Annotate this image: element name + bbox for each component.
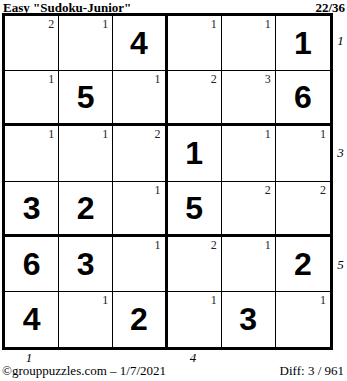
pencil-mark: 1	[102, 294, 108, 306]
given-digit: 5	[185, 192, 203, 224]
sudoku-board: 214111151236112111321522631212412131	[2, 13, 333, 350]
given-digit: 3	[23, 192, 41, 224]
cell-r6c2[interactable]: 1	[59, 292, 113, 347]
copyright-text: ©grouppuzzles.com – 1/7/2021	[2, 363, 166, 379]
cell-r5c2[interactable]: 3	[59, 237, 113, 292]
pencil-mark: 1	[155, 239, 161, 251]
cell-r1c4[interactable]: 1	[168, 16, 222, 71]
cell-r3c6[interactable]: 1	[276, 126, 330, 181]
cell-r3c5[interactable]: 1	[222, 126, 276, 181]
cell-r2c1[interactable]: 1	[5, 71, 59, 126]
cell-r5c6[interactable]: 2	[276, 237, 330, 292]
cell-r5c3[interactable]: 1	[113, 237, 167, 292]
pencil-mark: 1	[320, 294, 326, 306]
cell-r3c2[interactable]: 1	[59, 126, 113, 181]
pencil-mark: 1	[211, 294, 217, 306]
pencil-mark: 1	[155, 184, 161, 196]
cell-r4c2[interactable]: 2	[59, 182, 113, 237]
pencil-mark: 2	[211, 73, 217, 85]
given-digit: 5	[77, 81, 95, 113]
given-digit: 3	[239, 303, 257, 335]
given-digit: 2	[294, 248, 312, 280]
cell-r6c6[interactable]: 1	[276, 292, 330, 347]
pencil-mark: 2	[320, 184, 326, 196]
row-label-1: 1	[334, 34, 347, 48]
cell-r6c5[interactable]: 3	[222, 292, 276, 347]
pencil-mark: 1	[265, 128, 271, 140]
given-digit: 4	[23, 303, 41, 335]
pencil-mark: 2	[155, 128, 161, 140]
cell-r3c4[interactable]: 1	[168, 126, 222, 181]
given-digit: 2	[130, 303, 148, 335]
pencil-mark: 1	[48, 128, 54, 140]
cell-r6c4[interactable]: 1	[168, 292, 222, 347]
cell-r3c3[interactable]: 2	[113, 126, 167, 181]
pencil-mark: 1	[102, 18, 108, 30]
cell-r2c6[interactable]: 6	[276, 71, 330, 126]
row-label-3: 3	[334, 146, 347, 160]
pencil-mark: 1	[211, 18, 217, 30]
given-digit: 4	[130, 27, 148, 59]
difficulty-text: Diff: 3 / 961	[280, 363, 344, 379]
given-digit: 2	[77, 192, 95, 224]
given-digit: 1	[185, 137, 203, 169]
pencil-mark: 2	[265, 184, 271, 196]
cell-r4c6[interactable]: 2	[276, 182, 330, 237]
cell-r1c1[interactable]: 2	[5, 16, 59, 71]
cell-r5c5[interactable]: 1	[222, 237, 276, 292]
cell-r4c3[interactable]: 1	[113, 182, 167, 237]
given-digit: 6	[294, 81, 312, 113]
cell-r4c1[interactable]: 3	[5, 182, 59, 237]
cell-r2c5[interactable]: 3	[222, 71, 276, 126]
pencil-mark: 2	[211, 239, 217, 251]
cell-r4c5[interactable]: 2	[222, 182, 276, 237]
cell-r2c2[interactable]: 5	[59, 71, 113, 126]
cell-r6c1[interactable]: 4	[5, 292, 59, 347]
cell-r6c3[interactable]: 2	[113, 292, 167, 347]
cell-r3c1[interactable]: 1	[5, 126, 59, 181]
cell-r5c4[interactable]: 2	[168, 237, 222, 292]
given-digit: 6	[23, 248, 41, 280]
cell-r2c3[interactable]: 1	[113, 71, 167, 126]
cell-r1c3[interactable]: 4	[113, 16, 167, 71]
col-label-4: 4	[183, 351, 203, 365]
cell-r4c4[interactable]: 5	[168, 182, 222, 237]
pencil-mark: 1	[265, 18, 271, 30]
cell-r1c2[interactable]: 1	[59, 16, 113, 71]
pencil-mark: 1	[155, 73, 161, 85]
cell-r2c4[interactable]: 2	[168, 71, 222, 126]
pencil-mark: 2	[48, 18, 54, 30]
given-digit: 3	[77, 248, 95, 280]
given-digit: 1	[294, 27, 312, 59]
cell-r1c6[interactable]: 1	[276, 16, 330, 71]
pencil-mark: 1	[102, 128, 108, 140]
pencil-mark: 1	[48, 73, 54, 85]
pencil-mark: 1	[265, 239, 271, 251]
pencil-mark: 3	[265, 73, 271, 85]
cell-r5c1[interactable]: 6	[5, 237, 59, 292]
row-label-5: 5	[334, 258, 347, 272]
cell-r1c5[interactable]: 1	[222, 16, 276, 71]
pencil-mark: 1	[320, 128, 326, 140]
